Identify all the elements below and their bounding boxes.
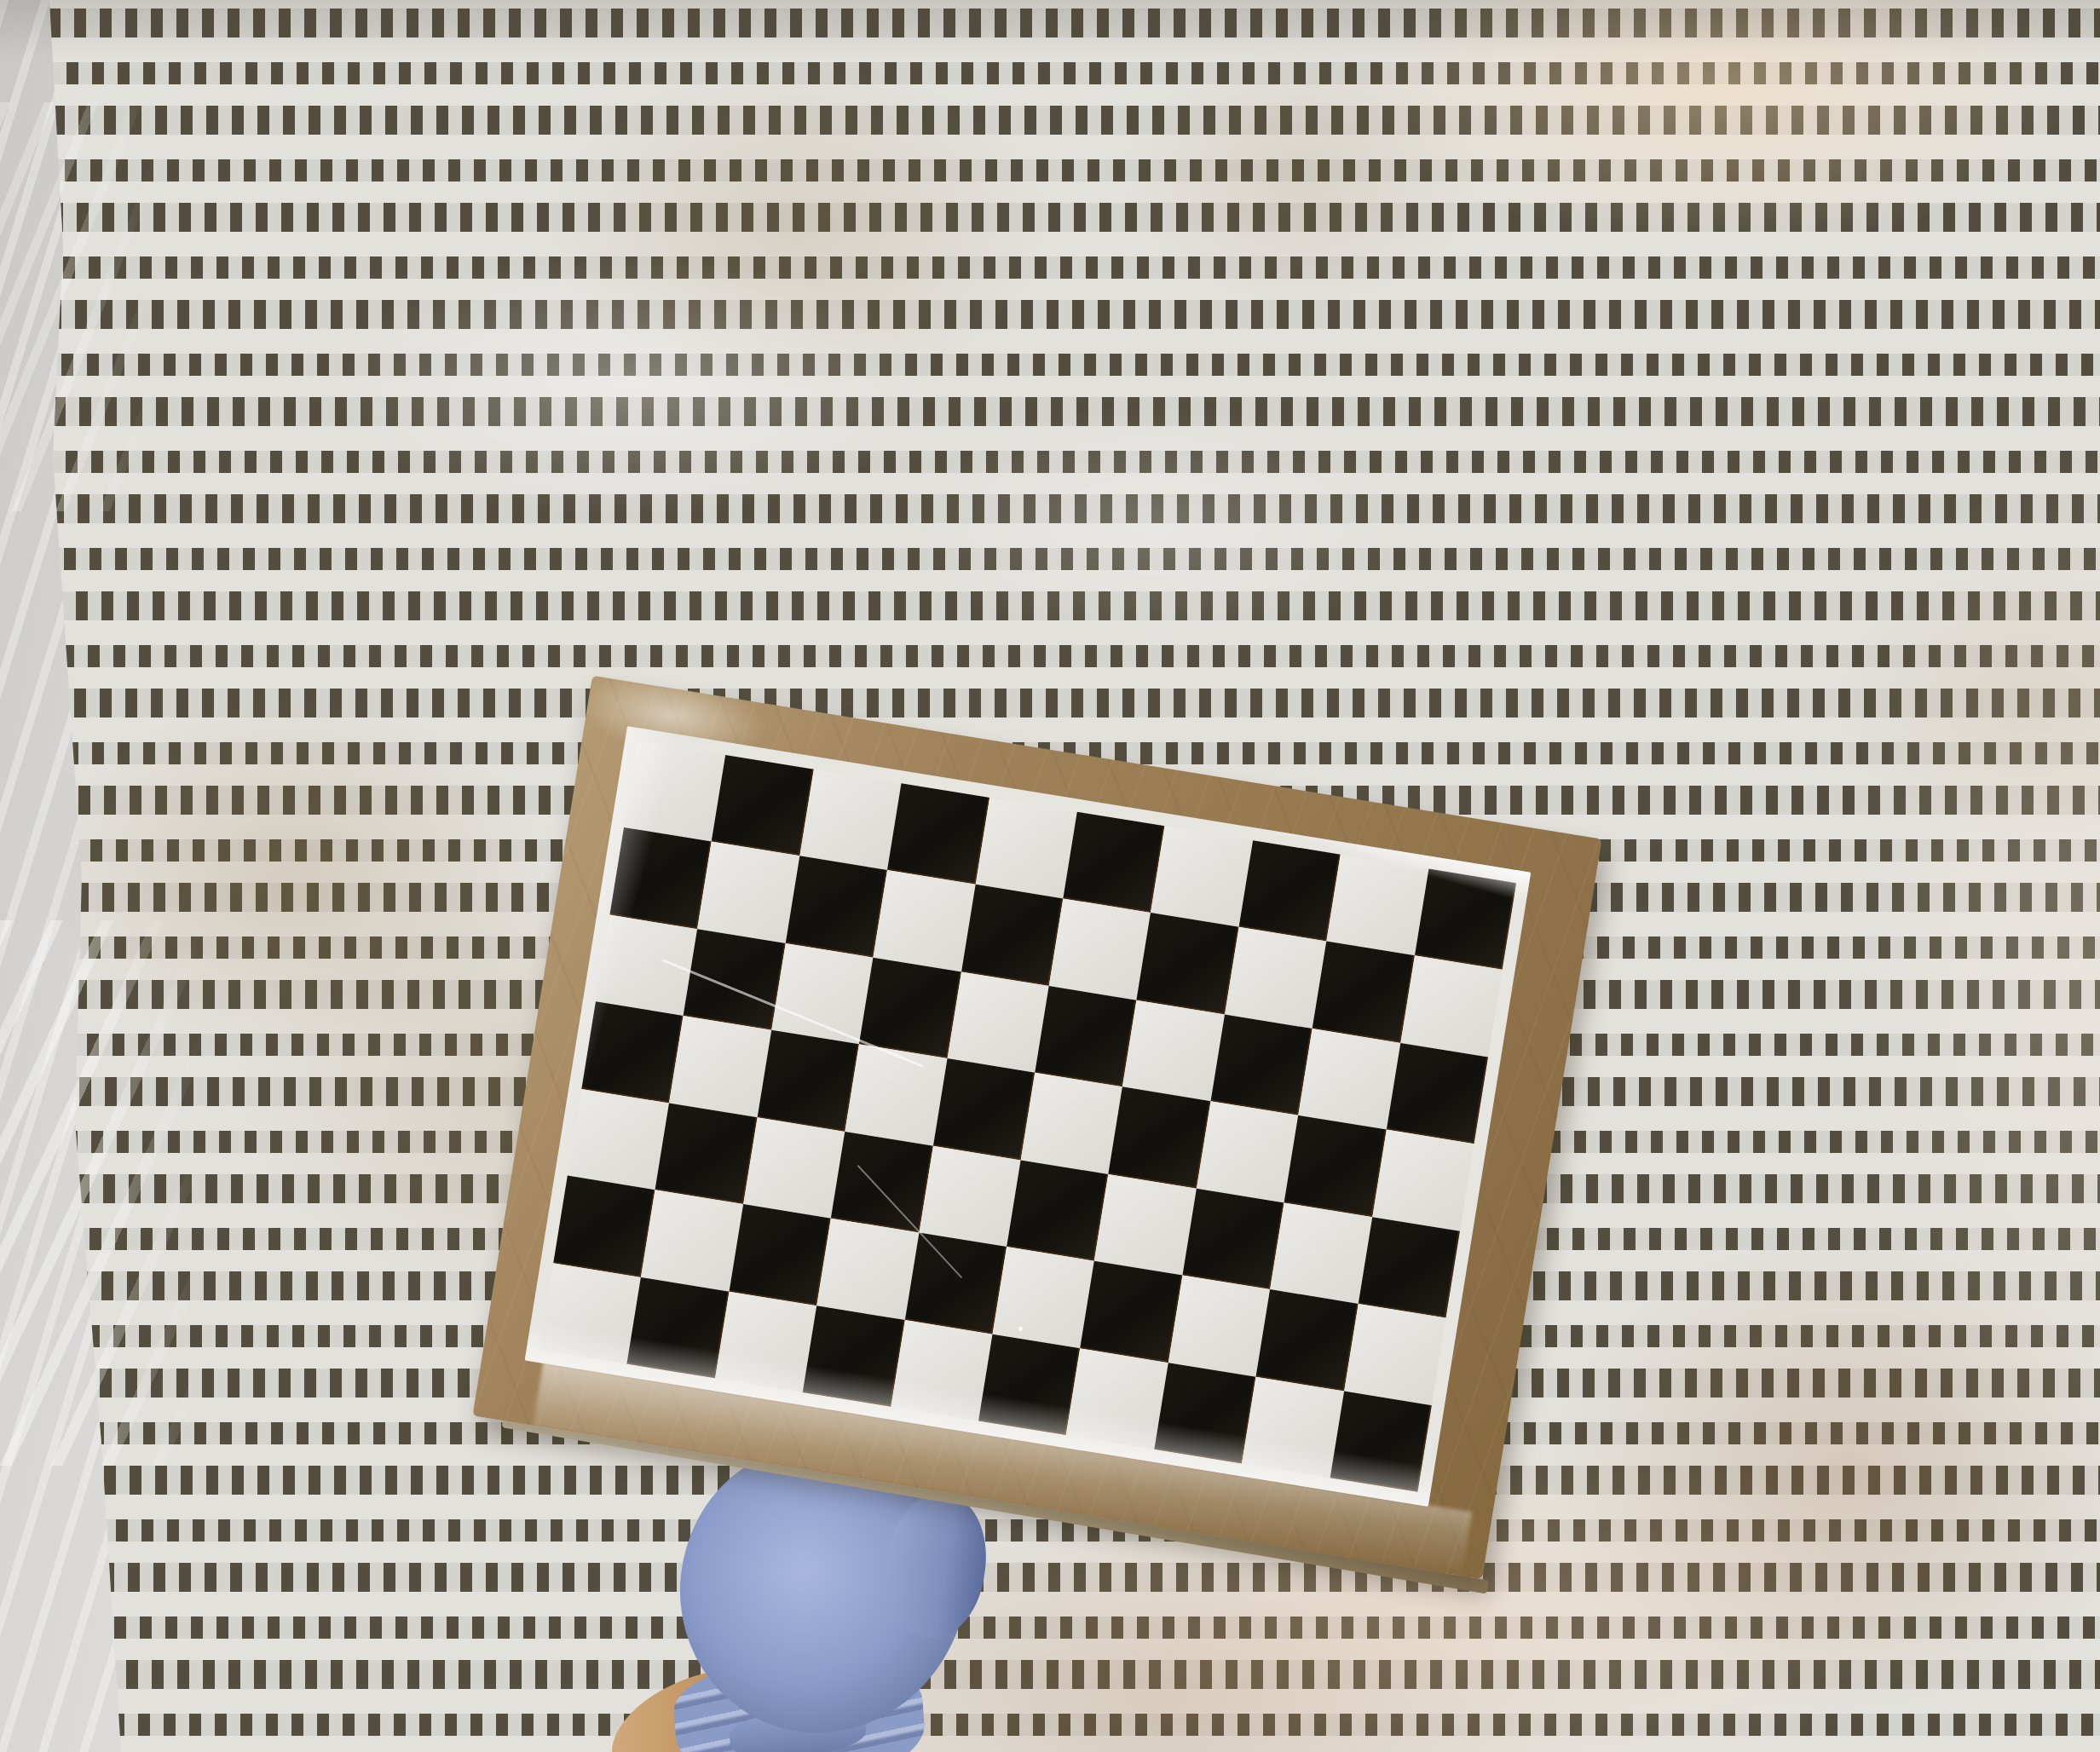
black-square	[1358, 1217, 1460, 1318]
white-square	[947, 971, 1049, 1073]
white-square	[743, 1117, 845, 1219]
photo-stage	[0, 0, 2100, 1752]
black-square	[1210, 1014, 1312, 1115]
black-square	[1330, 1391, 1432, 1492]
black-square	[1137, 913, 1239, 1015]
black-square	[961, 885, 1064, 986]
white-square	[697, 842, 799, 943]
white-square	[641, 1190, 743, 1291]
black-square	[1312, 942, 1415, 1043]
white-square	[539, 1263, 642, 1364]
black-square	[1386, 1043, 1488, 1144]
black-square	[581, 1002, 684, 1104]
white-square	[1151, 826, 1253, 927]
white-square	[799, 769, 902, 871]
black-square	[609, 827, 712, 929]
white-square	[1242, 1376, 1344, 1478]
black-square	[627, 1277, 730, 1379]
black-square	[655, 1103, 758, 1204]
white-square	[1400, 956, 1503, 1058]
black-square	[684, 929, 786, 1030]
white-square	[919, 1145, 1021, 1247]
white-square	[993, 1247, 1095, 1348]
black-square	[1238, 840, 1341, 942]
white-square	[1122, 1000, 1225, 1102]
black-square	[1182, 1188, 1284, 1289]
black-square	[1063, 812, 1165, 913]
white-square	[1168, 1276, 1271, 1377]
checkerboard-grid	[539, 741, 1516, 1492]
black-square	[712, 755, 814, 856]
white-square	[568, 1089, 670, 1190]
white-square	[1049, 899, 1151, 1000]
black-square	[729, 1204, 831, 1305]
white-square	[975, 798, 1077, 899]
black-square	[1284, 1115, 1387, 1217]
black-square	[1109, 1087, 1211, 1189]
white-square	[891, 1320, 993, 1421]
white-square	[1270, 1202, 1372, 1304]
white-square	[816, 1219, 919, 1320]
white-square	[771, 943, 874, 1045]
white-square	[1225, 927, 1327, 1029]
black-square	[553, 1176, 655, 1277]
white-square	[1197, 1101, 1299, 1202]
white-square	[1021, 1073, 1123, 1174]
black-square	[905, 1233, 1007, 1334]
white-square	[624, 741, 726, 842]
white-square	[669, 1016, 771, 1117]
white-square	[715, 1291, 817, 1392]
white-square	[1372, 1130, 1474, 1231]
black-square	[887, 783, 989, 885]
black-square	[831, 1132, 933, 1233]
black-square	[1035, 986, 1137, 1087]
white-square	[1094, 1174, 1197, 1276]
black-square	[1414, 868, 1516, 970]
white-square	[1344, 1304, 1446, 1405]
white-square	[845, 1045, 948, 1146]
black-square	[786, 856, 888, 958]
white-square	[1066, 1348, 1168, 1449]
black-square	[933, 1058, 1036, 1160]
black-square	[1154, 1363, 1256, 1464]
black-square	[1007, 1160, 1109, 1261]
white-square	[874, 870, 976, 971]
calibration-board	[472, 676, 1601, 1580]
black-square	[757, 1030, 859, 1132]
black-square	[1256, 1289, 1359, 1391]
black-square	[1081, 1261, 1183, 1363]
white-square	[1298, 1029, 1400, 1130]
black-square	[859, 958, 961, 1059]
black-square	[803, 1305, 905, 1407]
white-square	[1326, 855, 1428, 956]
black-square	[978, 1334, 1081, 1435]
white-square	[596, 914, 698, 1016]
